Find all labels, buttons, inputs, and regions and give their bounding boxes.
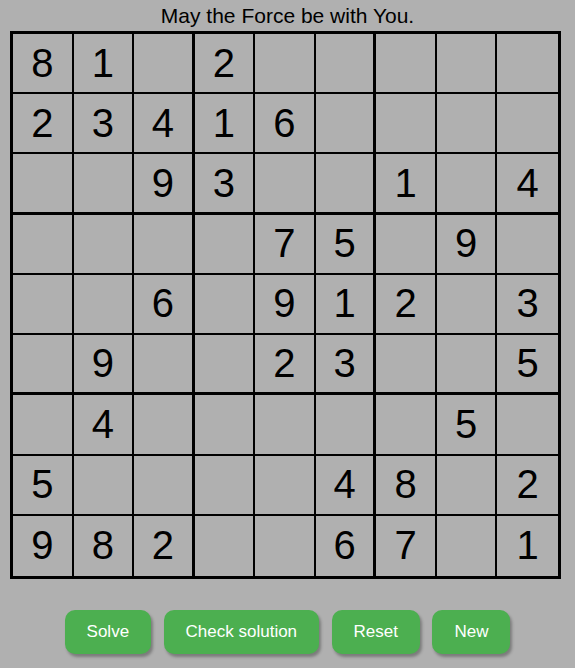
cell-r1c4[interactable]: 2 — [195, 34, 256, 94]
cell-r9c2[interactable]: 8 — [74, 516, 135, 576]
cell-r3c9[interactable]: 4 — [497, 154, 558, 214]
cell-r6c2[interactable]: 9 — [74, 335, 135, 395]
cell-r4c8[interactable]: 9 — [437, 215, 498, 275]
cell-r9c6[interactable]: 6 — [316, 516, 377, 576]
cell-r8c3[interactable] — [134, 456, 195, 516]
cell-r9c9[interactable]: 1 — [497, 516, 558, 576]
cell-r7c5[interactable] — [255, 395, 316, 455]
cell-r4c1[interactable] — [13, 215, 74, 275]
cell-r5c1[interactable] — [13, 275, 74, 335]
cell-r7c3[interactable] — [134, 395, 195, 455]
cell-r7c7[interactable] — [376, 395, 437, 455]
new-button[interactable]: New — [432, 610, 510, 654]
cell-r9c4[interactable] — [195, 516, 256, 576]
cell-r3c2[interactable] — [74, 154, 135, 214]
sudoku-board: 812234169314759691239235455482982671 — [10, 31, 561, 579]
cell-r4c3[interactable] — [134, 215, 195, 275]
cell-r3c6[interactable] — [316, 154, 377, 214]
cell-r5c9[interactable]: 3 — [497, 275, 558, 335]
cell-r6c6[interactable]: 3 — [316, 335, 377, 395]
cell-r4c6[interactable]: 5 — [316, 215, 377, 275]
cell-r7c2[interactable]: 4 — [74, 395, 135, 455]
check-solution-button[interactable]: Check solution — [164, 610, 320, 654]
page-title: May the Force be with You. — [0, 0, 575, 29]
cell-r8c8[interactable] — [437, 456, 498, 516]
cell-r6c5[interactable]: 2 — [255, 335, 316, 395]
button-row: Solve Check solution Reset New — [0, 610, 575, 654]
cell-r7c4[interactable] — [195, 395, 256, 455]
cell-r1c6[interactable] — [316, 34, 377, 94]
cell-r9c1[interactable]: 9 — [13, 516, 74, 576]
cell-r5c5[interactable]: 9 — [255, 275, 316, 335]
cell-r3c7[interactable]: 1 — [376, 154, 437, 214]
cell-r2c4[interactable]: 1 — [195, 94, 256, 154]
cell-r1c2[interactable]: 1 — [74, 34, 135, 94]
cell-r8c4[interactable] — [195, 456, 256, 516]
cell-r5c7[interactable]: 2 — [376, 275, 437, 335]
cell-r8c1[interactable]: 5 — [13, 456, 74, 516]
cell-r1c1[interactable]: 8 — [13, 34, 74, 94]
cell-r2c2[interactable]: 3 — [74, 94, 135, 154]
cell-r6c7[interactable] — [376, 335, 437, 395]
cell-r6c8[interactable] — [437, 335, 498, 395]
cell-r7c8[interactable]: 5 — [437, 395, 498, 455]
cell-r9c8[interactable] — [437, 516, 498, 576]
cell-r7c1[interactable] — [13, 395, 74, 455]
cell-r5c4[interactable] — [195, 275, 256, 335]
cell-r5c8[interactable] — [437, 275, 498, 335]
cell-r6c1[interactable] — [13, 335, 74, 395]
cell-r5c2[interactable] — [74, 275, 135, 335]
cell-r4c9[interactable] — [497, 215, 558, 275]
cell-r8c2[interactable] — [74, 456, 135, 516]
cell-r5c6[interactable]: 1 — [316, 275, 377, 335]
cell-r2c3[interactable]: 4 — [134, 94, 195, 154]
cell-r1c9[interactable] — [497, 34, 558, 94]
cell-r3c1[interactable] — [13, 154, 74, 214]
cell-r9c7[interactable]: 7 — [376, 516, 437, 576]
cell-r2c6[interactable] — [316, 94, 377, 154]
cell-r8c7[interactable]: 8 — [376, 456, 437, 516]
cell-r6c4[interactable] — [195, 335, 256, 395]
cell-r1c5[interactable] — [255, 34, 316, 94]
reset-button[interactable]: Reset — [332, 610, 420, 654]
cell-r5c3[interactable]: 6 — [134, 275, 195, 335]
cell-r2c1[interactable]: 2 — [13, 94, 74, 154]
cell-r8c9[interactable]: 2 — [497, 456, 558, 516]
cell-r3c5[interactable] — [255, 154, 316, 214]
cell-r1c3[interactable] — [134, 34, 195, 94]
cell-r3c4[interactable]: 3 — [195, 154, 256, 214]
cell-r4c7[interactable] — [376, 215, 437, 275]
cell-r1c7[interactable] — [376, 34, 437, 94]
cell-r7c6[interactable] — [316, 395, 377, 455]
cell-r7c9[interactable] — [497, 395, 558, 455]
cell-r3c3[interactable]: 9 — [134, 154, 195, 214]
cell-r8c6[interactable]: 4 — [316, 456, 377, 516]
cell-r6c3[interactable] — [134, 335, 195, 395]
cell-r1c8[interactable] — [437, 34, 498, 94]
cell-r8c5[interactable] — [255, 456, 316, 516]
cell-r2c5[interactable]: 6 — [255, 94, 316, 154]
cell-r6c9[interactable]: 5 — [497, 335, 558, 395]
cell-r4c2[interactable] — [74, 215, 135, 275]
cell-r9c3[interactable]: 2 — [134, 516, 195, 576]
cell-r3c8[interactable] — [437, 154, 498, 214]
cell-r2c8[interactable] — [437, 94, 498, 154]
cell-r9c5[interactable] — [255, 516, 316, 576]
cell-r2c9[interactable] — [497, 94, 558, 154]
cell-r4c5[interactable]: 7 — [255, 215, 316, 275]
cell-r4c4[interactable] — [195, 215, 256, 275]
solve-button[interactable]: Solve — [65, 610, 152, 654]
cell-r2c7[interactable] — [376, 94, 437, 154]
